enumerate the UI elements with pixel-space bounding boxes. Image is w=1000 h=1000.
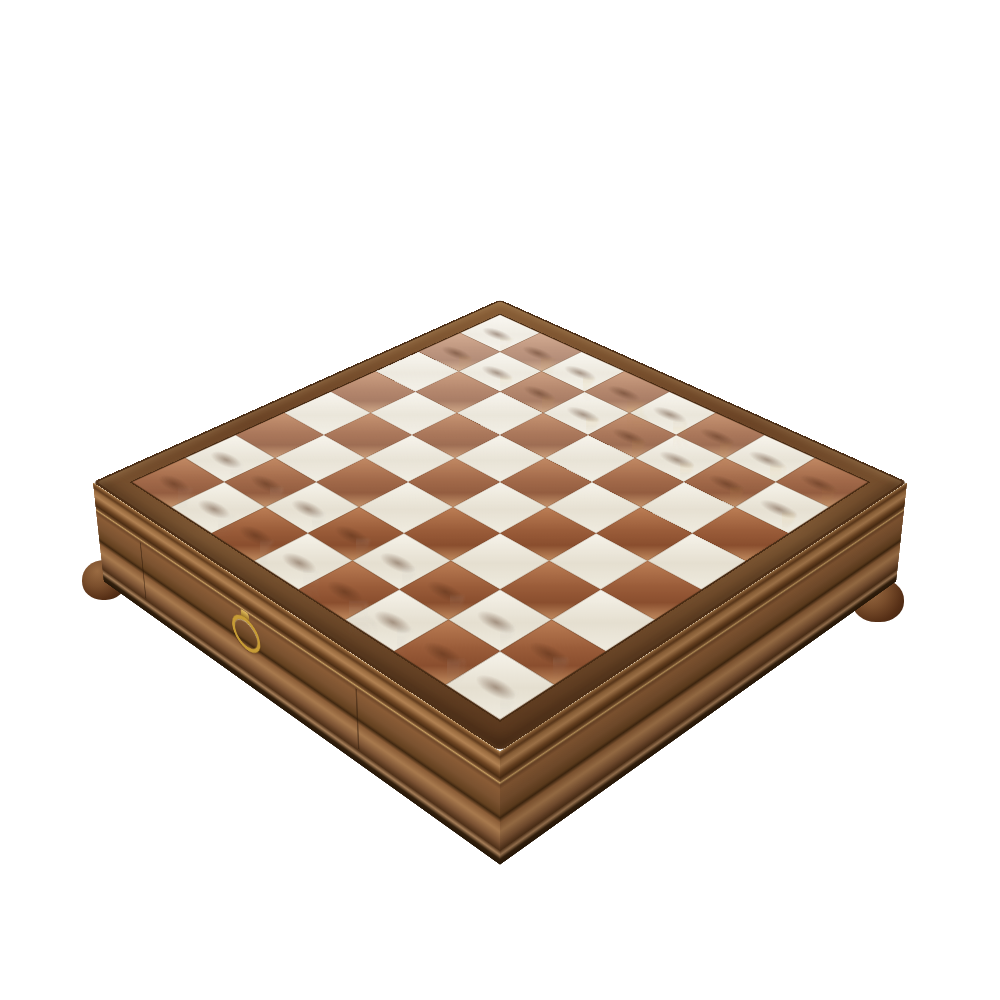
chess-set-photo: ♜♜♞♞♝♝♚♚♛♛♝♝♞♞♜♜♟♟♟♟♟♟♟♟♟♟♟♟♟♟♟♟♟♟♟♟♟♟♟♟…	[0, 0, 1000, 1000]
perspective-wrapper: ♜♜♞♞♝♝♚♚♛♛♝♝♞♞♜♜♟♟♟♟♟♟♟♟♟♟♟♟♟♟♟♟♟♟♟♟♟♟♟♟…	[0, 0, 1000, 1000]
piece-glyph: ♟	[482, 333, 518, 373]
piece-glyph: ♞	[518, 304, 562, 354]
piece-glyph: ♟	[661, 417, 700, 460]
piece-glyph: ♟	[530, 603, 575, 654]
piece-glyph: ♟	[568, 373, 605, 414]
piece-glyph: ♞	[745, 405, 794, 460]
piece-glyph: ♜	[474, 628, 527, 687]
piece-glyph: ♟	[710, 440, 749, 484]
piece-glyph: ♜	[799, 434, 844, 484]
drawer-seam	[140, 542, 147, 599]
piece-glyph: ♟	[762, 464, 802, 509]
piece-glyph: ♛	[643, 349, 702, 415]
piece-glyph: ♟	[478, 573, 522, 622]
piece-glyph: ♜	[481, 291, 520, 334]
piece-glyph: ♟	[442, 315, 477, 354]
piece-glyph: ♟	[524, 353, 560, 393]
drawer-seam	[356, 688, 360, 750]
piece-glyph: ♟	[613, 395, 651, 437]
square-e4	[453, 482, 547, 533]
square-d5	[455, 435, 545, 482]
piece-glyph: ♝	[694, 379, 746, 436]
board-frame: ♜♜♞♞♝♝♚♚♛♛♝♝♞♞♜♜♟♟♟♟♟♟♟♟♟♟♟♟♟♟♟♟♟♟♟♟♟♟♟♟…	[93, 300, 908, 752]
drawer-pull	[230, 601, 262, 658]
piece-glyph: ♞	[418, 589, 476, 653]
